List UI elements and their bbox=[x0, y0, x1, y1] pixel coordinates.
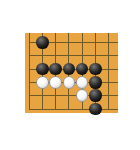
white-stone bbox=[76, 89, 89, 102]
black-stone bbox=[89, 76, 102, 89]
black-stone bbox=[63, 63, 76, 76]
white-stone bbox=[49, 76, 62, 89]
grid-horizontal-line bbox=[29, 55, 119, 56]
black-stone bbox=[89, 63, 102, 76]
grid-vertical-line bbox=[29, 33, 30, 110]
grid-horizontal-line bbox=[29, 95, 119, 96]
black-stone bbox=[89, 89, 102, 102]
white-stone bbox=[63, 76, 76, 89]
black-stone bbox=[36, 63, 49, 76]
black-stone bbox=[49, 63, 62, 76]
white-stone bbox=[36, 76, 49, 89]
white-stone bbox=[76, 76, 89, 89]
black-stone bbox=[76, 63, 89, 76]
grid-horizontal-line bbox=[29, 109, 119, 110]
grid-vertical-line bbox=[108, 33, 109, 110]
black-stone bbox=[36, 36, 49, 49]
black-stone bbox=[89, 103, 102, 116]
go-board[interactable] bbox=[25, 33, 118, 113]
page-background bbox=[0, 0, 140, 150]
